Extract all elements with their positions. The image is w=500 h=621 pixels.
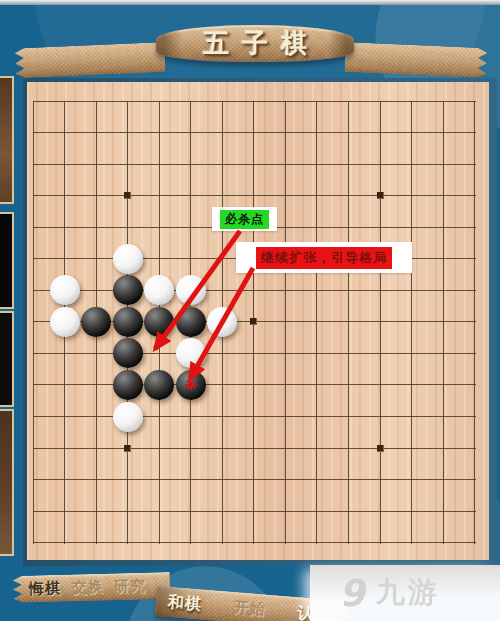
grid-line (33, 164, 476, 165)
grid-line (285, 101, 286, 544)
black-stone (144, 370, 174, 400)
grid-line (474, 101, 475, 544)
white-stone (113, 244, 143, 274)
study-button[interactable]: 研究 (114, 577, 146, 597)
black-stone (81, 307, 111, 337)
white-stone (176, 275, 206, 305)
grid-line (33, 353, 476, 354)
9game-logo-text: 九游 (376, 573, 440, 613)
menu-ribbon-left: 悔棋交换研究 (13, 572, 171, 603)
annotation-strategy-box: 继续扩张，引导格局 (236, 242, 412, 273)
banner-center: 五子棋 (156, 25, 354, 62)
grid-line (33, 290, 476, 291)
sidebar-info-panel-1 (0, 212, 14, 309)
annotation-kill-point-box: 必杀点 (212, 207, 277, 231)
grid-line (33, 479, 476, 480)
black-stone (113, 275, 143, 305)
grid-line (443, 101, 444, 544)
sidebar-info-panel-2 (0, 311, 14, 407)
grid-line (33, 542, 476, 543)
window-top-strip (0, 0, 500, 5)
white-stone (207, 307, 237, 337)
grid-line (33, 416, 476, 417)
draw-button[interactable]: 和棋 (167, 592, 203, 616)
left-sidebar (0, 0, 14, 621)
white-stone (144, 275, 174, 305)
game-title: 五子棋 (190, 26, 320, 61)
board-frame: ✳ (23, 78, 497, 566)
star-point (377, 192, 384, 199)
undo-button[interactable]: 悔棋 (29, 579, 61, 599)
goban[interactable]: ✳ (27, 82, 489, 560)
star-point (124, 192, 131, 199)
black-stone: ✳ (176, 370, 206, 400)
star-point (250, 318, 257, 325)
grid-line (33, 384, 476, 385)
strategy-label: 继续扩张，引导格局 (256, 247, 392, 269)
black-stone (113, 370, 143, 400)
banner-ribbon-left-wing (14, 42, 165, 79)
black-stone (176, 307, 206, 337)
grid-line (33, 511, 476, 512)
grid-line (33, 132, 476, 133)
grid-line (33, 101, 476, 102)
white-stone (113, 402, 143, 432)
white-stone (176, 338, 206, 368)
black-stone (113, 338, 143, 368)
swap-button[interactable]: 交换 (72, 578, 104, 598)
black-stone (144, 307, 174, 337)
grid-line (33, 448, 476, 449)
last-move-marker: ✳ (176, 370, 206, 400)
watermark-band: 9 九游 (310, 565, 500, 621)
white-stone (50, 275, 80, 305)
app-window: 五子棋 ✳ 必杀点 继续扩张，引导格局 悔棋交换研究 和棋开始认 9 九游 (0, 0, 500, 621)
grid-line (411, 101, 412, 544)
grid-line (348, 101, 349, 544)
sidebar-avatar-panel-bottom (0, 409, 14, 556)
kill-point-label: 必杀点 (220, 210, 269, 229)
grid-line (380, 101, 381, 544)
9game-logo-icon: 9 (338, 572, 371, 615)
grid-line (33, 101, 34, 544)
grid-line (33, 195, 476, 196)
star-point (124, 445, 131, 452)
black-stone (113, 307, 143, 337)
start-button[interactable]: 开始 (233, 598, 266, 619)
star-point (377, 445, 384, 452)
sidebar-avatar-panel-top (0, 76, 14, 204)
white-stone (50, 307, 80, 337)
grid-line (316, 101, 317, 544)
banner-ribbon-right-wing (344, 42, 487, 78)
title-banner: 五子棋 (0, 0, 500, 90)
